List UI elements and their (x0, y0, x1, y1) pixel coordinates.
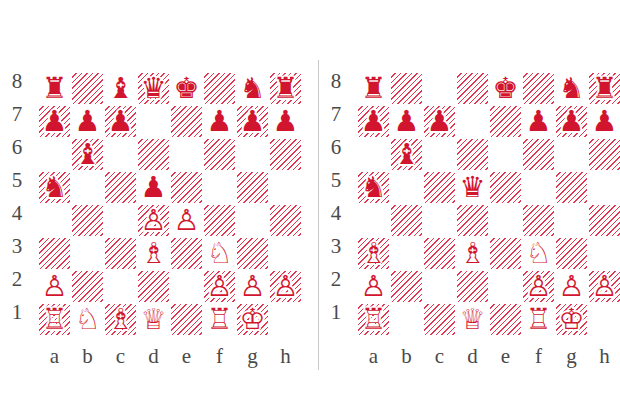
file-label-e: e (489, 336, 522, 376)
square-e7 (489, 105, 522, 138)
square-f7: ♟ (203, 105, 236, 138)
file-label-e: e (170, 336, 203, 376)
square-f5 (522, 171, 555, 204)
square-h1 (269, 303, 302, 336)
square-a8: ♜ (38, 72, 71, 105)
rank-label-1: 1 (322, 296, 350, 329)
white-bishop-d3: ♗ (460, 237, 486, 270)
white-pawn-a2: ♙ (42, 270, 68, 303)
black-pawn-a7: ♟ (361, 105, 387, 138)
square-g4 (236, 204, 269, 237)
square-d5: ♟ (137, 171, 170, 204)
square-f5 (203, 171, 236, 204)
square-a7: ♟ (38, 105, 71, 138)
board-divider-line (318, 60, 319, 370)
black-rook-a8: ♜ (361, 72, 387, 105)
square-a5: ♞ (357, 171, 390, 204)
white-pawn-h2: ♙ (592, 270, 618, 303)
square-h6 (588, 138, 620, 171)
white-knight-f3: ♘ (207, 237, 233, 270)
rank-label-3: 3 (3, 230, 31, 263)
file-label-d: d (137, 336, 170, 376)
square-g1: ♔ (555, 303, 588, 336)
left-board: ♜♝♛♚♞♜♟♟♟♟♟♟♝♞♟♙♙♗♘♙♙♙♙♖♘♗♕♖♔ (38, 72, 302, 336)
square-e8: ♚ (489, 72, 522, 105)
square-e4: ♙ (170, 204, 203, 237)
white-pawn-h2: ♙ (273, 270, 299, 303)
file-label-h: h (588, 336, 620, 376)
square-h8: ♜ (588, 72, 620, 105)
square-c3 (423, 237, 456, 270)
black-pawn-h7: ♟ (592, 105, 618, 138)
square-d4: ♙ (137, 204, 170, 237)
black-pawn-b7: ♟ (394, 105, 420, 138)
square-f2: ♙ (203, 270, 236, 303)
square-c7: ♟ (104, 105, 137, 138)
square-f3: ♘ (522, 237, 555, 270)
square-a4 (357, 204, 390, 237)
chess-diagram-page: 87654321 ♜♝♛♚♞♜♟♟♟♟♟♟♝♞♟♙♙♗♘♙♙♙♙♖♘♗♕♖♔ a… (0, 0, 620, 413)
square-a4 (38, 204, 71, 237)
square-c7: ♟ (423, 105, 456, 138)
white-rook-f1: ♖ (207, 303, 233, 336)
square-g6 (236, 138, 269, 171)
square-h7: ♟ (588, 105, 620, 138)
square-a1: ♖ (357, 303, 390, 336)
square-f4 (522, 204, 555, 237)
file-label-g: g (236, 336, 269, 376)
black-rook-h8: ♜ (592, 72, 618, 105)
square-c8: ♝ (104, 72, 137, 105)
square-d4 (456, 204, 489, 237)
rank-label-4: 4 (3, 197, 31, 230)
file-label-b: b (390, 336, 423, 376)
file-label-f: f (203, 336, 236, 376)
black-pawn-c7: ♟ (108, 105, 134, 138)
left-board-file-labels: abcdefgh (38, 336, 302, 372)
white-pawn-a2: ♙ (361, 270, 387, 303)
rank-label-2: 2 (322, 263, 350, 296)
white-king-g1: ♔ (559, 303, 585, 336)
square-b6: ♝ (390, 138, 423, 171)
square-g5 (555, 171, 588, 204)
white-pawn-e4: ♙ (174, 204, 200, 237)
square-a6 (38, 138, 71, 171)
square-c8 (423, 72, 456, 105)
white-queen-d1: ♕ (460, 303, 486, 336)
square-d1: ♕ (456, 303, 489, 336)
file-label-c: c (104, 336, 137, 376)
square-b5 (71, 171, 104, 204)
square-e1 (489, 303, 522, 336)
square-g8: ♞ (555, 72, 588, 105)
square-b1 (390, 303, 423, 336)
square-h8: ♜ (269, 72, 302, 105)
rank-label-6: 6 (322, 131, 350, 164)
black-pawn-f7: ♟ (207, 105, 233, 138)
rank-label-6: 6 (3, 131, 31, 164)
white-rook-f1: ♖ (526, 303, 552, 336)
black-bishop-b6: ♝ (394, 138, 420, 171)
square-c4 (104, 204, 137, 237)
square-b8 (71, 72, 104, 105)
square-f3: ♘ (203, 237, 236, 270)
file-label-d: d (456, 336, 489, 376)
black-pawn-g7: ♟ (240, 105, 266, 138)
square-d3: ♗ (137, 237, 170, 270)
square-d8: ♛ (137, 72, 170, 105)
square-d8 (456, 72, 489, 105)
square-a8: ♜ (357, 72, 390, 105)
square-c1: ♗ (104, 303, 137, 336)
black-knight-g8: ♞ (240, 72, 266, 105)
white-knight-b1: ♘ (75, 303, 101, 336)
square-b7: ♟ (71, 105, 104, 138)
file-label-a: a (38, 336, 71, 376)
square-e8: ♚ (170, 72, 203, 105)
square-e6 (170, 138, 203, 171)
rank-label-3: 3 (322, 230, 350, 263)
rank-label-8: 8 (322, 65, 350, 98)
square-a7: ♟ (357, 105, 390, 138)
square-a2: ♙ (38, 270, 71, 303)
square-b5 (390, 171, 423, 204)
square-e3 (489, 237, 522, 270)
square-a5: ♞ (38, 171, 71, 204)
square-g5 (236, 171, 269, 204)
square-b6: ♝ (71, 138, 104, 171)
square-f2: ♙ (522, 270, 555, 303)
rank-label-5: 5 (322, 164, 350, 197)
white-queen-d1: ♕ (141, 303, 167, 336)
white-pawn-d4: ♙ (141, 204, 167, 237)
rank-label-4: 4 (322, 197, 350, 230)
rank-label-1: 1 (3, 296, 31, 329)
square-c6 (423, 138, 456, 171)
black-bishop-b6: ♝ (75, 138, 101, 171)
square-g4 (555, 204, 588, 237)
square-d7 (137, 105, 170, 138)
square-c5 (423, 171, 456, 204)
square-d6 (137, 138, 170, 171)
square-f8 (203, 72, 236, 105)
square-h6 (269, 138, 302, 171)
square-e4 (489, 204, 522, 237)
black-queen-d5: ♛ (460, 171, 486, 204)
black-bishop-c8: ♝ (108, 72, 134, 105)
square-g2: ♙ (236, 270, 269, 303)
square-h5 (588, 171, 620, 204)
square-a3 (38, 237, 71, 270)
black-pawn-a7: ♟ (42, 105, 68, 138)
square-h3 (588, 237, 620, 270)
white-pawn-f2: ♙ (526, 270, 552, 303)
square-h3 (269, 237, 302, 270)
square-b8 (390, 72, 423, 105)
square-b3 (71, 237, 104, 270)
square-c2 (104, 270, 137, 303)
square-a6 (357, 138, 390, 171)
square-f4 (203, 204, 236, 237)
square-a1: ♖ (38, 303, 71, 336)
file-label-h: h (269, 336, 302, 376)
square-e6 (489, 138, 522, 171)
white-bishop-d3: ♗ (141, 237, 167, 270)
black-pawn-d5: ♟ (141, 171, 167, 204)
white-pawn-f2: ♙ (207, 270, 233, 303)
square-d5: ♛ (456, 171, 489, 204)
black-pawn-b7: ♟ (75, 105, 101, 138)
square-e5 (489, 171, 522, 204)
square-b1: ♘ (71, 303, 104, 336)
black-knight-a5: ♞ (42, 171, 68, 204)
black-pawn-h7: ♟ (273, 105, 299, 138)
square-e7 (170, 105, 203, 138)
white-knight-f3: ♘ (526, 237, 552, 270)
square-b3 (390, 237, 423, 270)
square-c1 (423, 303, 456, 336)
square-g8: ♞ (236, 72, 269, 105)
file-label-f: f (522, 336, 555, 376)
black-pawn-c7: ♟ (427, 105, 453, 138)
black-pawn-f7: ♟ (526, 105, 552, 138)
square-g7: ♟ (555, 105, 588, 138)
square-g3 (555, 237, 588, 270)
black-queen-d8: ♛ (141, 72, 167, 105)
white-rook-a1: ♖ (42, 303, 68, 336)
white-pawn-g2: ♙ (240, 270, 266, 303)
black-rook-h8: ♜ (273, 72, 299, 105)
rank-label-7: 7 (3, 98, 31, 131)
file-label-g: g (555, 336, 588, 376)
square-d2 (456, 270, 489, 303)
square-f6 (203, 138, 236, 171)
square-f7: ♟ (522, 105, 555, 138)
square-f1: ♖ (203, 303, 236, 336)
square-c4 (423, 204, 456, 237)
square-c3 (104, 237, 137, 270)
black-knight-a5: ♞ (361, 171, 387, 204)
square-f6 (522, 138, 555, 171)
left-board-rank-labels: 87654321 (3, 65, 31, 329)
black-rook-a8: ♜ (42, 72, 68, 105)
square-e2 (170, 270, 203, 303)
rank-label-5: 5 (3, 164, 31, 197)
square-e1 (170, 303, 203, 336)
square-h5 (269, 171, 302, 204)
square-c2 (423, 270, 456, 303)
square-h2: ♙ (588, 270, 620, 303)
square-g7: ♟ (236, 105, 269, 138)
square-f1: ♖ (522, 303, 555, 336)
square-b2 (71, 270, 104, 303)
square-d7 (456, 105, 489, 138)
square-g6 (555, 138, 588, 171)
black-king-e8: ♚ (493, 72, 519, 105)
square-c6 (104, 138, 137, 171)
white-king-g1: ♔ (240, 303, 266, 336)
rank-label-7: 7 (322, 98, 350, 131)
square-b4 (390, 204, 423, 237)
right-board-rank-labels: 87654321 (322, 65, 350, 329)
square-f8 (522, 72, 555, 105)
square-b2 (390, 270, 423, 303)
rank-label-8: 8 (3, 65, 31, 98)
square-h1 (588, 303, 620, 336)
square-c5 (104, 171, 137, 204)
file-label-a: a (357, 336, 390, 376)
square-h7: ♟ (269, 105, 302, 138)
white-rook-a1: ♖ (361, 303, 387, 336)
square-h4 (588, 204, 620, 237)
square-h4 (269, 204, 302, 237)
file-label-c: c (423, 336, 456, 376)
right-board: ♜♚♞♜♟♟♟♟♟♟♝♞♛♗♗♘♙♙♙♙♖♕♖♔ (357, 72, 620, 336)
white-pawn-g2: ♙ (559, 270, 585, 303)
right-board-file-labels: abcdefgh (357, 336, 620, 372)
white-bishop-a3: ♗ (361, 237, 387, 270)
square-a3: ♗ (357, 237, 390, 270)
square-b7: ♟ (390, 105, 423, 138)
square-h2: ♙ (269, 270, 302, 303)
square-e5 (170, 171, 203, 204)
square-g2: ♙ (555, 270, 588, 303)
file-label-b: b (71, 336, 104, 376)
square-e3 (170, 237, 203, 270)
square-b4 (71, 204, 104, 237)
white-bishop-c1: ♗ (108, 303, 134, 336)
rank-label-2: 2 (3, 263, 31, 296)
square-e2 (489, 270, 522, 303)
square-g1: ♔ (236, 303, 269, 336)
square-d2 (137, 270, 170, 303)
black-king-e8: ♚ (174, 72, 200, 105)
black-knight-g8: ♞ (559, 72, 585, 105)
square-d3: ♗ (456, 237, 489, 270)
square-g3 (236, 237, 269, 270)
square-d6 (456, 138, 489, 171)
square-d1: ♕ (137, 303, 170, 336)
black-pawn-g7: ♟ (559, 105, 585, 138)
square-a2: ♙ (357, 270, 390, 303)
